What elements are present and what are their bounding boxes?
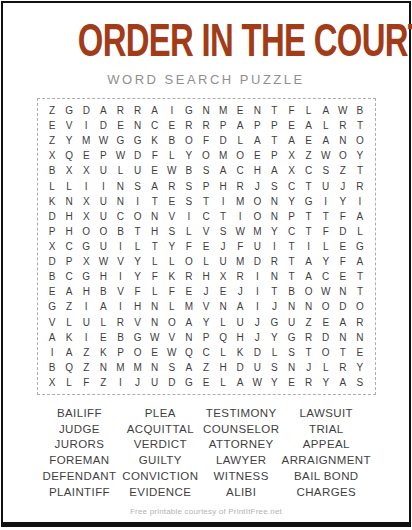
grid-cell: T (146, 239, 163, 254)
grid-cell: R (112, 314, 129, 329)
grid-cell: T (129, 224, 146, 239)
grid-cell: A (146, 103, 163, 118)
grid-cell: N (283, 299, 300, 314)
grid-cell: C (197, 209, 214, 224)
grid-cell: N (112, 194, 129, 209)
grid-cell: N (146, 299, 163, 314)
grid-cell: X (78, 163, 95, 178)
grid-cell: G (351, 239, 368, 254)
grid-cell: X (44, 148, 61, 163)
grid-cell: R (232, 179, 249, 194)
grid-cell: R (232, 269, 249, 284)
grid-cell: L (146, 254, 163, 269)
page-frame: ORDER IN THE COURT WORD SEARCH PUZZLE ZG… (1, 1, 411, 527)
grid-cell: N (197, 103, 214, 118)
grid-cell: D (232, 360, 249, 375)
grid-cell: O (180, 133, 197, 148)
grid-cell: J (334, 179, 351, 194)
grid-cell: A (44, 330, 61, 345)
grid-cell: I (249, 284, 266, 299)
grid-cell: A (249, 133, 266, 148)
grid-cell: A (334, 314, 351, 329)
grid-cell: N (266, 269, 283, 284)
grid-cell: J (266, 299, 283, 314)
letter-grid: ZGDARRAIGNMENTFLAWBEVIDENCERRPAPPEALRTZY… (37, 98, 376, 395)
grid-cell: S (163, 224, 180, 239)
grid-cell: J (249, 314, 266, 329)
grid-cell: D (334, 224, 351, 239)
word-item: WITNESS (201, 469, 282, 485)
grid-cell: B (180, 163, 197, 178)
grid-cell: N (266, 194, 283, 209)
grid-cell: M (180, 299, 197, 314)
grid-cell: L (232, 133, 249, 148)
grid-cell: E (163, 194, 180, 209)
grid-cell: T (215, 209, 232, 224)
grid-cell: S (317, 163, 334, 178)
grid-cell: P (266, 148, 283, 163)
grid-cell: L (61, 375, 78, 390)
grid-cell: A (266, 163, 283, 178)
grid-cell: W (249, 375, 266, 390)
grid-cell: Y (129, 254, 146, 269)
grid-cell: Y (61, 133, 78, 148)
grid-cell: H (78, 284, 95, 299)
grid-cell: Y (180, 148, 197, 163)
grid-cell: G (112, 133, 129, 148)
word-item: CONVICTION (120, 469, 201, 485)
grid-cell: A (351, 254, 368, 269)
grid-cell: J (232, 284, 249, 299)
grid-cell: K (61, 330, 78, 345)
grid-cell: V (112, 254, 129, 269)
grid-cell: G (78, 269, 95, 284)
grid-cell: A (283, 133, 300, 148)
word-item: ARRAIGNMENT (282, 453, 371, 469)
grid-cell: A (317, 133, 334, 148)
grid-cell: P (283, 209, 300, 224)
grid-cell: L (215, 345, 232, 360)
grid-cell: T (317, 209, 334, 224)
grid-cell: A (215, 163, 232, 178)
grid-cell: W (317, 284, 334, 299)
grid-cell: L (351, 224, 368, 239)
grid-cell: D (334, 299, 351, 314)
grid-cell: F (283, 103, 300, 118)
grid-cell: I (78, 118, 95, 133)
grid-cell: F (317, 224, 334, 239)
grid-cell: E (163, 118, 180, 133)
grid-cell: R (351, 179, 368, 194)
grid-cell: L (112, 163, 129, 178)
grid-cell: N (129, 118, 146, 133)
grid-cell: A (300, 254, 317, 269)
grid-cell: P (197, 179, 214, 194)
grid-cell: N (146, 360, 163, 375)
word-item: APPEAL (282, 437, 371, 453)
grid-cell: E (317, 314, 334, 329)
grid-cell: Y (129, 269, 146, 284)
grid-cell: E (334, 269, 351, 284)
grid-cell: R (300, 375, 317, 390)
grid-cell: G (266, 314, 283, 329)
grid-cell: W (232, 224, 249, 239)
grid-cell: Q (61, 360, 78, 375)
grid-cell: W (95, 133, 112, 148)
word-item: JURORS (39, 437, 120, 453)
grid-cell: U (95, 239, 112, 254)
grid-cell: T (266, 284, 283, 299)
grid-cell: A (180, 360, 197, 375)
grid-cell: L (163, 299, 180, 314)
grid-cell: B (351, 103, 368, 118)
grid-cell: E (249, 148, 266, 163)
grid-cell: T (300, 179, 317, 194)
grid-cell: F (180, 239, 197, 254)
grid-cell: W (334, 103, 351, 118)
grid-cell: O (129, 345, 146, 360)
grid-cell: I (232, 209, 249, 224)
grid-cell: F (146, 148, 163, 163)
grid-cell: B (95, 284, 112, 299)
grid-cell: I (215, 194, 232, 209)
word-item: PLAINTIFF (39, 485, 120, 501)
word-item: PLEA (120, 406, 201, 422)
grid-cell: R (300, 330, 317, 345)
grid-cell: F (197, 133, 214, 148)
grid-cell: W (95, 254, 112, 269)
word-item: ACQUITTAL (120, 422, 201, 438)
grid-cell: H (95, 269, 112, 284)
grid-cell: Z (61, 299, 78, 314)
grid-cell: L (300, 103, 317, 118)
grid-cell: J (300, 360, 317, 375)
grid-cell: M (112, 360, 129, 375)
grid-cell: O (197, 148, 214, 163)
grid-cell: C (112, 209, 129, 224)
grid-cell: G (129, 133, 146, 148)
grid-cell: O (317, 345, 334, 360)
grid-cell: I (351, 194, 368, 209)
grid-cell: K (44, 194, 61, 209)
grid-cell: T (146, 194, 163, 209)
grid-cell: C (146, 118, 163, 133)
grid-cell: L (317, 239, 334, 254)
grid-cell: B (163, 133, 180, 148)
grid-cell: I (112, 239, 129, 254)
grid-cell: A (334, 375, 351, 390)
grid-cell: N (95, 360, 112, 375)
grid-cell: M (215, 103, 232, 118)
grid-cell: W (163, 163, 180, 178)
grid-cell: F (334, 254, 351, 269)
grid-cell: E (146, 163, 163, 178)
grid-cell: Z (334, 163, 351, 178)
grid-cell: P (215, 118, 232, 133)
grid-cell: O (249, 209, 266, 224)
grid-cell: Z (300, 148, 317, 163)
grid-cell: L (317, 118, 334, 133)
grid-cell: R (163, 179, 180, 194)
word-item: ATTORNEY (201, 437, 282, 453)
grid-cell: M (249, 224, 266, 239)
grid-cell: C (61, 269, 78, 284)
grid-cell: R (334, 360, 351, 375)
grid-cell: G (180, 103, 197, 118)
grid-cell: I (78, 299, 95, 314)
grid-cell: L (163, 148, 180, 163)
grid-cell: J (197, 284, 214, 299)
grid-cell: N (249, 103, 266, 118)
word-item: FOREMAN (39, 453, 120, 469)
grid-cell: A (317, 103, 334, 118)
grid-cell: G (300, 194, 317, 209)
grid-cell: E (334, 239, 351, 254)
grid-cell: J (129, 375, 146, 390)
grid-cell: I (249, 299, 266, 314)
grid-cell: U (95, 209, 112, 224)
grid-cell: C (283, 179, 300, 194)
grid-cell: D (249, 254, 266, 269)
grid-cell: F (146, 269, 163, 284)
grid-cell: Y (317, 375, 334, 390)
grid-cell: A (95, 299, 112, 314)
grid-cell: E (146, 345, 163, 360)
grid-cell: Y (283, 194, 300, 209)
grid-cell: M (129, 360, 146, 375)
grid-cell: J (249, 179, 266, 194)
grid-cell: Q (215, 330, 232, 345)
grid-cell: G (61, 103, 78, 118)
grid-cell: A (232, 375, 249, 390)
grid-cell: T (300, 345, 317, 360)
grid-cell: X (78, 194, 95, 209)
grid-cell: S (283, 345, 300, 360)
grid-cell: F (129, 284, 146, 299)
grid-cell: M (232, 254, 249, 269)
grid-cell: N (334, 284, 351, 299)
grid-cell: H (197, 269, 214, 284)
grid-cell: U (232, 314, 249, 329)
grid-cell: O (163, 314, 180, 329)
grid-cell: N (146, 314, 163, 329)
grid-cell: L (180, 224, 197, 239)
grid-cell: K (146, 133, 163, 148)
grid-cell: H (146, 224, 163, 239)
grid-cell: U (249, 239, 266, 254)
grid-cell: C (300, 163, 317, 178)
grid-cell: H (61, 209, 78, 224)
grid-cell: O (78, 224, 95, 239)
grid-cell: Y (266, 224, 283, 239)
grid-cell: O (351, 133, 368, 148)
grid-cell: U (215, 254, 232, 269)
grid-cell: S (215, 224, 232, 239)
grid-cell: A (300, 269, 317, 284)
grid-cell: J (249, 330, 266, 345)
grid-cell: S (197, 163, 214, 178)
word-item: GUILTY (120, 453, 201, 469)
word-item: DEFENDANT (39, 469, 120, 485)
grid-cell: X (44, 239, 61, 254)
word-item: ALIBI (201, 485, 282, 501)
grid-cell: T (283, 269, 300, 284)
grid-cell: Q (180, 345, 197, 360)
page-title: ORDER IN THE COURT (78, 16, 412, 63)
grid-cell: L (95, 314, 112, 329)
grid-cell: Y (351, 148, 368, 163)
grid-cell: W (112, 148, 129, 163)
grid-cell: E (283, 118, 300, 133)
grid-cell: E (351, 345, 368, 360)
grid-cell: N (283, 360, 300, 375)
grid-cell: X (44, 375, 61, 390)
grid-cell: A (232, 299, 249, 314)
grid-cell: W (163, 345, 180, 360)
grid-cell: S (266, 179, 283, 194)
word-item: EVIDENCE (120, 485, 201, 501)
grid-cell: E (300, 133, 317, 148)
grid-cell: V (44, 314, 61, 329)
grid-cell: E (44, 118, 61, 133)
grid-cell: A (146, 179, 163, 194)
grid-cell: P (112, 345, 129, 360)
grid-cell: Z (95, 375, 112, 390)
footer-credit: Free printable courtesy of PrintItFree.n… (3, 507, 409, 516)
grid-cell: N (146, 209, 163, 224)
grid-cell: P (266, 118, 283, 133)
grid-cell: K (95, 345, 112, 360)
grid-cell: H (61, 224, 78, 239)
grid-cell: N (351, 330, 368, 345)
grid-cell: B (44, 163, 61, 178)
grid-cell: H (215, 360, 232, 375)
grid-cell: Y (163, 239, 180, 254)
grid-cell: T (334, 345, 351, 360)
word-item: CHARGES (282, 485, 371, 501)
grid-cell: I (317, 194, 334, 209)
grid-cell: O (232, 148, 249, 163)
grid-cell: R (197, 118, 214, 133)
grid-cell: P (61, 254, 78, 269)
grid-cell: L (61, 314, 78, 329)
grid-cell: L (266, 345, 283, 360)
grid-cell: V (61, 118, 78, 133)
grid-cell: U (95, 194, 112, 209)
grid-cell: I (163, 103, 180, 118)
grid-cell: R (180, 118, 197, 133)
grid-cell: D (129, 148, 146, 163)
grid-cell: I (78, 330, 95, 345)
grid-cell: Y (317, 254, 334, 269)
grid-cell: K (163, 269, 180, 284)
grid-cell: I (129, 194, 146, 209)
grid-cell: Y (351, 360, 368, 375)
grid-cell: D (78, 103, 95, 118)
grid-cell: D (95, 118, 112, 133)
grid-cell: L (129, 239, 146, 254)
grid-cell: U (78, 314, 95, 329)
grid-cell: N (334, 330, 351, 345)
grid-cell: A (232, 118, 249, 133)
grid-cell: T (351, 284, 368, 299)
grid-cell: T (351, 163, 368, 178)
grid-cell: N (266, 209, 283, 224)
word-column-1: BAILIFFJUDGEJURORSFOREMANDEFENDANTPLAINT… (39, 406, 120, 500)
grid-cell: U (283, 314, 300, 329)
grid-cell: C (317, 269, 334, 284)
grid-cell: T (351, 269, 368, 284)
grid-cell: P (44, 224, 61, 239)
grid-cell: B (44, 269, 61, 284)
word-item: LAWYER (201, 453, 282, 469)
grid-cell: G (78, 239, 95, 254)
grid-cell: S (163, 360, 180, 375)
grid-cell: X (78, 209, 95, 224)
grid-cell: U (317, 179, 334, 194)
grid-cell: V (129, 314, 146, 329)
grid-cell: X (283, 148, 300, 163)
grid-cell: A (351, 209, 368, 224)
grid-cell: R (180, 269, 197, 284)
grid-cell: O (129, 209, 146, 224)
grid-cell: L (215, 314, 232, 329)
grid-cell: I (180, 209, 197, 224)
grid-cell: P (95, 148, 112, 163)
grid-cell: E (215, 284, 232, 299)
grid-cell: Z (44, 133, 61, 148)
grid-cell: Y (266, 330, 283, 345)
grid-cell: O (95, 224, 112, 239)
grid-cell: F (232, 239, 249, 254)
grid-cell: C (197, 345, 214, 360)
grid-cell: S (129, 179, 146, 194)
grid-cell: R (129, 103, 146, 118)
grid-cell: I (112, 299, 129, 314)
grid-cell: X (78, 254, 95, 269)
grid-cell: M (78, 133, 95, 148)
grid-cell: E (78, 148, 95, 163)
grid-cell: B (112, 224, 129, 239)
grid-cell: R (112, 103, 129, 118)
grid-cell: S (351, 375, 368, 390)
grid-cell: L (44, 179, 61, 194)
word-item: BAILIFF (39, 406, 120, 422)
grid-cell: T (351, 118, 368, 133)
grid-cell: V (163, 209, 180, 224)
word-list: BAILIFFJUDGEJURORSFOREMANDEFENDANTPLAINT… (39, 406, 371, 500)
grid-cell: D (215, 133, 232, 148)
grid-cell: S (266, 360, 283, 375)
grid-cell: W (146, 330, 163, 345)
grid-cell: F (163, 284, 180, 299)
grid-cell: V (112, 284, 129, 299)
grid-cell: I (300, 239, 317, 254)
grid-cell: A (300, 118, 317, 133)
grid-cell: B (283, 284, 300, 299)
grid-cell: E (112, 118, 129, 133)
grid-cell: U (249, 360, 266, 375)
grid-cell: U (146, 375, 163, 390)
grid-cell: C (283, 224, 300, 239)
grid-cell: T (283, 254, 300, 269)
grid-cell: M (232, 194, 249, 209)
grid-cell: Q (61, 148, 78, 163)
grid-cell: V (197, 224, 214, 239)
grid-cell: E (283, 375, 300, 390)
grid-cell: Z (300, 314, 317, 329)
grid-cell: I (249, 269, 266, 284)
